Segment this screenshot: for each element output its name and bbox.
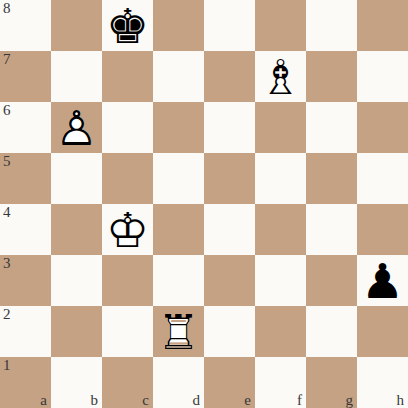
white-king-outline: ♔	[102, 204, 153, 255]
white-rook[interactable]: ♜♖	[153, 306, 204, 357]
rank-label-7: 7	[3, 51, 11, 68]
square-h1[interactable]: h	[357, 357, 408, 408]
square-b4[interactable]	[51, 204, 102, 255]
square-f3[interactable]	[255, 255, 306, 306]
square-b5[interactable]	[51, 153, 102, 204]
white-bishop[interactable]: ♝♗	[255, 51, 306, 102]
square-a5[interactable]: 5	[0, 153, 51, 204]
square-g4[interactable]	[306, 204, 357, 255]
square-f7[interactable]: ♝♗	[255, 51, 306, 102]
square-c1[interactable]: c	[102, 357, 153, 408]
square-f2[interactable]	[255, 306, 306, 357]
square-b2[interactable]	[51, 306, 102, 357]
square-f1[interactable]: f	[255, 357, 306, 408]
square-c2[interactable]	[102, 306, 153, 357]
white-king[interactable]: ♚♔	[102, 204, 153, 255]
square-b7[interactable]	[51, 51, 102, 102]
square-g6[interactable]	[306, 102, 357, 153]
rank-label-6: 6	[3, 102, 11, 119]
square-c7[interactable]	[102, 51, 153, 102]
square-d7[interactable]	[153, 51, 204, 102]
file-label-h: h	[397, 392, 405, 408]
square-g7[interactable]	[306, 51, 357, 102]
square-d2[interactable]: ♜♖	[153, 306, 204, 357]
square-h3[interactable]: ♟	[357, 255, 408, 306]
square-b3[interactable]	[51, 255, 102, 306]
square-h2[interactable]	[357, 306, 408, 357]
square-f4[interactable]	[255, 204, 306, 255]
black-pawn-glyph: ♟	[357, 255, 408, 306]
square-f5[interactable]	[255, 153, 306, 204]
rank-label-1: 1	[3, 357, 11, 374]
square-c6[interactable]	[102, 102, 153, 153]
square-d6[interactable]	[153, 102, 204, 153]
square-e7[interactable]	[204, 51, 255, 102]
rank-label-2: 2	[3, 306, 11, 323]
square-g8[interactable]	[306, 0, 357, 51]
white-bishop-outline: ♗	[255, 51, 306, 102]
square-e4[interactable]	[204, 204, 255, 255]
chess-board: 8♚7♝♗6♟♙54♚♔3♟2♜♖1abcdefgh	[0, 0, 408, 408]
file-label-f: f	[297, 392, 302, 408]
white-pawn-outline: ♙	[51, 102, 102, 153]
square-e3[interactable]	[204, 255, 255, 306]
square-g5[interactable]	[306, 153, 357, 204]
rank-label-3: 3	[3, 255, 11, 272]
square-d1[interactable]: d	[153, 357, 204, 408]
square-f8[interactable]	[255, 0, 306, 51]
square-c3[interactable]	[102, 255, 153, 306]
file-label-b: b	[91, 392, 99, 408]
black-king[interactable]: ♚	[102, 0, 153, 51]
square-d4[interactable]	[153, 204, 204, 255]
square-h7[interactable]	[357, 51, 408, 102]
square-a4[interactable]: 4	[0, 204, 51, 255]
square-e6[interactable]	[204, 102, 255, 153]
square-g1[interactable]: g	[306, 357, 357, 408]
square-d3[interactable]	[153, 255, 204, 306]
file-label-a: a	[40, 392, 47, 408]
square-a6[interactable]: 6	[0, 102, 51, 153]
black-pawn[interactable]: ♟	[357, 255, 408, 306]
rank-label-5: 5	[3, 153, 11, 170]
file-label-g: g	[346, 392, 354, 408]
square-d8[interactable]	[153, 0, 204, 51]
square-c8[interactable]: ♚	[102, 0, 153, 51]
square-e5[interactable]	[204, 153, 255, 204]
black-king-glyph: ♚	[102, 0, 153, 51]
square-b8[interactable]	[51, 0, 102, 51]
rank-label-8: 8	[3, 0, 11, 17]
square-h4[interactable]	[357, 204, 408, 255]
square-a1[interactable]: 1a	[0, 357, 51, 408]
square-a3[interactable]: 3	[0, 255, 51, 306]
square-a7[interactable]: 7	[0, 51, 51, 102]
square-h5[interactable]	[357, 153, 408, 204]
square-e1[interactable]: e	[204, 357, 255, 408]
square-d5[interactable]	[153, 153, 204, 204]
square-h8[interactable]	[357, 0, 408, 51]
square-g2[interactable]	[306, 306, 357, 357]
square-a2[interactable]: 2	[0, 306, 51, 357]
square-e8[interactable]	[204, 0, 255, 51]
square-c5[interactable]	[102, 153, 153, 204]
square-f6[interactable]	[255, 102, 306, 153]
file-label-d: d	[193, 392, 201, 408]
file-label-c: c	[142, 392, 149, 408]
white-pawn[interactable]: ♟♙	[51, 102, 102, 153]
white-rook-outline: ♖	[153, 306, 204, 357]
rank-label-4: 4	[3, 204, 11, 221]
square-c4[interactable]: ♚♔	[102, 204, 153, 255]
square-a8[interactable]: 8	[0, 0, 51, 51]
square-h6[interactable]	[357, 102, 408, 153]
square-b6[interactable]: ♟♙	[51, 102, 102, 153]
square-g3[interactable]	[306, 255, 357, 306]
square-b1[interactable]: b	[51, 357, 102, 408]
file-label-e: e	[244, 392, 251, 408]
square-e2[interactable]	[204, 306, 255, 357]
